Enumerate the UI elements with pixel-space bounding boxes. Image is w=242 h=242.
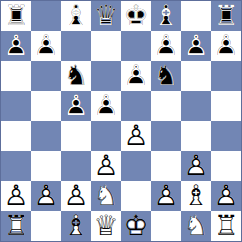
square-e4[interactable]: ♟♙ [121, 121, 151, 151]
white-queen[interactable]: ♛♕ [91, 211, 121, 241]
black-pawn[interactable]: ♟♙ [151, 31, 181, 61]
black-pawn-fill-glyph: ♟ [31, 31, 61, 61]
square-c3[interactable] [61, 151, 91, 181]
black-rook[interactable]: ♜♖ [1, 1, 31, 31]
square-e8[interactable]: ♚♔ [121, 1, 151, 31]
square-h4[interactable] [211, 121, 241, 151]
black-knight-outline-glyph: ♘ [61, 61, 91, 91]
square-a6[interactable] [1, 61, 31, 91]
white-bishop-outline-glyph: ♗ [181, 181, 211, 211]
black-bishop-outline-glyph: ♗ [151, 1, 181, 31]
black-pawn[interactable]: ♟♙ [211, 31, 241, 61]
white-rook-fill-glyph: ♜ [1, 211, 31, 241]
square-a8[interactable]: ♜♖ [1, 1, 31, 31]
black-king[interactable]: ♚♔ [121, 1, 151, 31]
white-rook[interactable]: ♜♖ [1, 211, 31, 241]
black-pawn-outline-glyph: ♙ [1, 31, 31, 61]
square-e7[interactable] [121, 31, 151, 61]
square-h5[interactable] [211, 91, 241, 121]
square-d6[interactable] [91, 61, 121, 91]
white-rook-fill-glyph: ♜ [211, 211, 241, 241]
white-pawn-fill-glyph: ♟ [211, 181, 241, 211]
black-bishop-outline-glyph: ♗ [61, 1, 91, 31]
black-pawn-fill-glyph: ♟ [151, 31, 181, 61]
white-pawn-fill-glyph: ♟ [181, 151, 211, 181]
white-pawn[interactable]: ♟♙ [181, 151, 211, 181]
white-bishop-fill-glyph: ♝ [61, 211, 91, 241]
black-pawn-outline-glyph: ♙ [31, 31, 61, 61]
square-h6[interactable] [211, 61, 241, 91]
square-g8[interactable] [181, 1, 211, 31]
square-b5[interactable] [31, 91, 61, 121]
black-pawn-fill-glyph: ♟ [211, 31, 241, 61]
square-f7[interactable]: ♟♙ [151, 31, 181, 61]
white-knight-fill-glyph: ♞ [91, 181, 121, 211]
square-c2[interactable]: ♟♙ [61, 181, 91, 211]
white-pawn[interactable]: ♟♙ [151, 181, 181, 211]
white-pawn-outline-glyph: ♙ [61, 181, 91, 211]
square-b7[interactable]: ♟♙ [31, 31, 61, 61]
white-rook-outline-glyph: ♖ [1, 211, 31, 241]
square-d8[interactable]: ♛♕ [91, 1, 121, 31]
square-a3[interactable] [1, 151, 31, 181]
black-rook[interactable]: ♜♖ [211, 1, 241, 31]
square-h7[interactable]: ♟♙ [211, 31, 241, 61]
black-pawn-outline-glyph: ♙ [211, 31, 241, 61]
white-bishop[interactable]: ♝♗ [181, 181, 211, 211]
black-pawn[interactable]: ♟♙ [91, 91, 121, 121]
white-queen-fill-glyph: ♛ [91, 211, 121, 241]
square-e5[interactable] [121, 91, 151, 121]
square-f4[interactable] [151, 121, 181, 151]
white-knight-fill-glyph: ♞ [181, 211, 211, 241]
black-pawn-fill-glyph: ♟ [121, 61, 151, 91]
black-pawn-fill-glyph: ♟ [61, 91, 91, 121]
white-bishop[interactable]: ♝♗ [61, 211, 91, 241]
black-rook-fill-glyph: ♜ [211, 1, 241, 31]
white-bishop-outline-glyph: ♗ [61, 211, 91, 241]
black-pawn-outline-glyph: ♙ [151, 31, 181, 61]
white-king-outline-glyph: ♔ [121, 211, 151, 241]
square-f3[interactable] [151, 151, 181, 181]
black-king-fill-glyph: ♚ [121, 1, 151, 31]
white-pawn-fill-glyph: ♟ [151, 181, 181, 211]
square-a5[interactable] [1, 91, 31, 121]
square-g3[interactable]: ♟♙ [181, 151, 211, 181]
black-bishop[interactable]: ♝♗ [61, 1, 91, 31]
black-pawn-fill-glyph: ♟ [181, 31, 211, 61]
white-pawn-outline-glyph: ♙ [151, 181, 181, 211]
white-knight[interactable]: ♞♘ [181, 211, 211, 241]
white-pawn[interactable]: ♟♙ [91, 151, 121, 181]
square-f2[interactable]: ♟♙ [151, 181, 181, 211]
white-pawn-outline-glyph: ♙ [91, 151, 121, 181]
white-bishop-fill-glyph: ♝ [181, 181, 211, 211]
square-c5[interactable]: ♟♙ [61, 91, 91, 121]
square-d7[interactable] [91, 31, 121, 61]
black-pawn[interactable]: ♟♙ [121, 61, 151, 91]
square-g1[interactable]: ♞♘ [181, 211, 211, 241]
black-pawn-outline-glyph: ♙ [61, 91, 91, 121]
square-d4[interactable] [91, 121, 121, 151]
square-d3[interactable]: ♟♙ [91, 151, 121, 181]
white-pawn[interactable]: ♟♙ [211, 181, 241, 211]
white-pawn-fill-glyph: ♟ [1, 181, 31, 211]
square-f1[interactable] [151, 211, 181, 241]
square-a2[interactable]: ♟♙ [1, 181, 31, 211]
square-g4[interactable] [181, 121, 211, 151]
square-b6[interactable] [31, 61, 61, 91]
white-pawn-outline-glyph: ♙ [1, 181, 31, 211]
square-b2[interactable]: ♟♙ [31, 181, 61, 211]
square-b1[interactable] [31, 211, 61, 241]
black-pawn-outline-glyph: ♙ [181, 31, 211, 61]
black-rook-outline-glyph: ♖ [1, 1, 31, 31]
white-pawn[interactable]: ♟♙ [31, 181, 61, 211]
square-e1[interactable]: ♚♔ [121, 211, 151, 241]
square-c8[interactable]: ♝♗ [61, 1, 91, 31]
black-bishop-fill-glyph: ♝ [61, 1, 91, 31]
black-knight-fill-glyph: ♞ [151, 61, 181, 91]
black-rook-fill-glyph: ♜ [1, 1, 31, 31]
square-d1[interactable]: ♛♕ [91, 211, 121, 241]
chess-board: ♜♖♝♗♛♕♚♔♝♗♜♖♟♙♟♙♟♙♟♙♟♙♞♘♟♙♞♘♟♙♟♙♟♙♟♙♟♙♟♙… [0, 0, 242, 242]
square-a1[interactable]: ♜♖ [1, 211, 31, 241]
black-queen[interactable]: ♛♕ [91, 1, 121, 31]
black-bishop-fill-glyph: ♝ [151, 1, 181, 31]
square-a7[interactable]: ♟♙ [1, 31, 31, 61]
white-pawn-outline-glyph: ♙ [211, 181, 241, 211]
black-queen-fill-glyph: ♛ [91, 1, 121, 31]
square-d5[interactable]: ♟♙ [91, 91, 121, 121]
square-h1[interactable]: ♜♖ [211, 211, 241, 241]
white-pawn-fill-glyph: ♟ [91, 151, 121, 181]
square-b8[interactable] [31, 1, 61, 31]
black-knight-outline-glyph: ♘ [151, 61, 181, 91]
black-pawn-fill-glyph: ♟ [1, 31, 31, 61]
black-pawn-fill-glyph: ♟ [91, 91, 121, 121]
white-pawn[interactable]: ♟♙ [61, 181, 91, 211]
square-a4[interactable] [1, 121, 31, 151]
square-c6[interactable]: ♞♘ [61, 61, 91, 91]
square-b4[interactable] [31, 121, 61, 151]
square-g6[interactable] [181, 61, 211, 91]
white-king[interactable]: ♚♔ [121, 211, 151, 241]
white-pawn-outline-glyph: ♙ [31, 181, 61, 211]
black-rook-outline-glyph: ♖ [211, 1, 241, 31]
square-c4[interactable] [61, 121, 91, 151]
white-pawn[interactable]: ♟♙ [121, 121, 151, 151]
square-e6[interactable]: ♟♙ [121, 61, 151, 91]
black-pawn[interactable]: ♟♙ [1, 31, 31, 61]
black-knight-fill-glyph: ♞ [61, 61, 91, 91]
white-pawn-outline-glyph: ♙ [181, 151, 211, 181]
square-h3[interactable] [211, 151, 241, 181]
black-pawn[interactable]: ♟♙ [61, 91, 91, 121]
black-pawn-outline-glyph: ♙ [121, 61, 151, 91]
white-knight-outline-glyph: ♘ [181, 211, 211, 241]
square-g5[interactable] [181, 91, 211, 121]
white-pawn-fill-glyph: ♟ [61, 181, 91, 211]
white-king-fill-glyph: ♚ [121, 211, 151, 241]
square-g7[interactable]: ♟♙ [181, 31, 211, 61]
square-d2[interactable]: ♞♘ [91, 181, 121, 211]
square-c7[interactable] [61, 31, 91, 61]
black-knight[interactable]: ♞♘ [61, 61, 91, 91]
square-e3[interactable] [121, 151, 151, 181]
black-pawn-outline-glyph: ♙ [91, 91, 121, 121]
black-pawn[interactable]: ♟♙ [31, 31, 61, 61]
square-f5[interactable] [151, 91, 181, 121]
white-knight-outline-glyph: ♘ [91, 181, 121, 211]
black-pawn[interactable]: ♟♙ [181, 31, 211, 61]
white-queen-outline-glyph: ♕ [91, 211, 121, 241]
square-c1[interactable]: ♝♗ [61, 211, 91, 241]
square-e2[interactable] [121, 181, 151, 211]
square-f8[interactable]: ♝♗ [151, 1, 181, 31]
square-h8[interactable]: ♜♖ [211, 1, 241, 31]
white-pawn[interactable]: ♟♙ [1, 181, 31, 211]
square-g2[interactable]: ♝♗ [181, 181, 211, 211]
white-knight[interactable]: ♞♘ [91, 181, 121, 211]
square-h2[interactable]: ♟♙ [211, 181, 241, 211]
white-pawn-fill-glyph: ♟ [121, 121, 151, 151]
white-pawn-outline-glyph: ♙ [121, 121, 151, 151]
black-king-outline-glyph: ♔ [121, 1, 151, 31]
white-rook-outline-glyph: ♖ [211, 211, 241, 241]
square-b3[interactable] [31, 151, 61, 181]
white-rook[interactable]: ♜♖ [211, 211, 241, 241]
black-knight[interactable]: ♞♘ [151, 61, 181, 91]
black-bishop[interactable]: ♝♗ [151, 1, 181, 31]
black-queen-outline-glyph: ♕ [91, 1, 121, 31]
white-pawn-fill-glyph: ♟ [31, 181, 61, 211]
square-f6[interactable]: ♞♘ [151, 61, 181, 91]
